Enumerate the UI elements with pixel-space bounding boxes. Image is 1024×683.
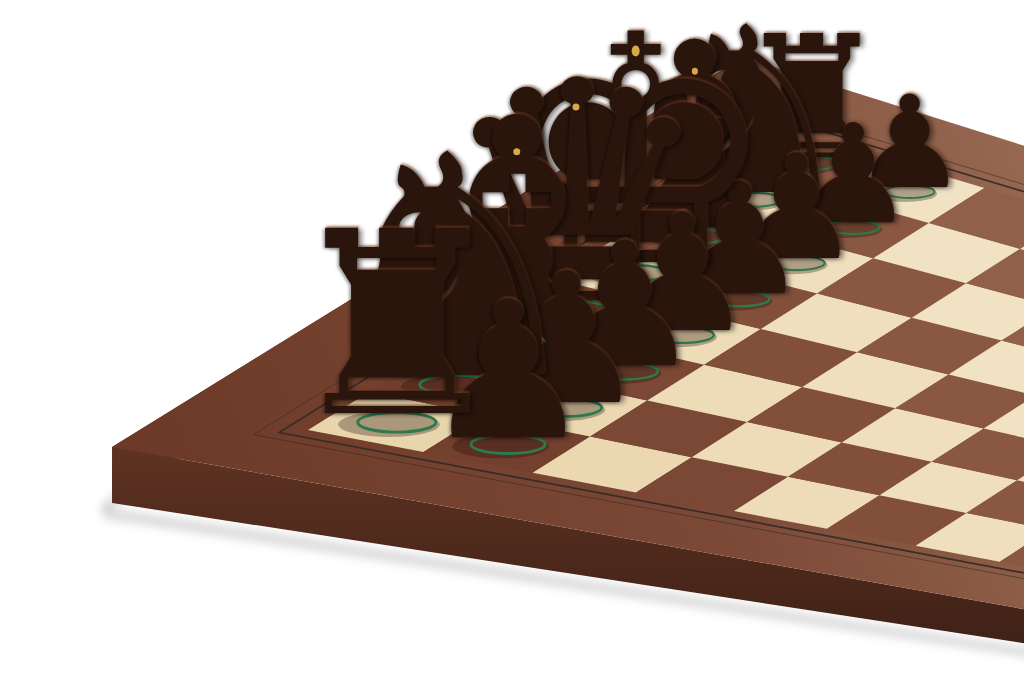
chess-product-photo: ♜♞♝♛♚♝♞♜♟♟♟♟♟♟♟♟ bbox=[0, 0, 1024, 683]
chess-board bbox=[0, 0, 1024, 683]
